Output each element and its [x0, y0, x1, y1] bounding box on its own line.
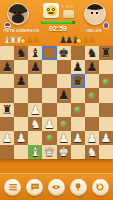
avatar-beard — [12, 14, 24, 23]
avatar-hair — [84, 3, 106, 10]
square-h2[interactable]: ♟ — [99, 131, 113, 145]
square-a2[interactable]: ♟ — [0, 131, 14, 145]
captured-pieces-tray-white: ♝♜♜♟♟ — [3, 34, 38, 46]
square-g5[interactable] — [85, 88, 99, 102]
square-f2[interactable]: ♟ — [71, 131, 85, 145]
square-h5[interactable] — [99, 88, 113, 102]
move-timer-bar — [41, 21, 75, 25]
avatar-eyes — [91, 12, 98, 14]
square-d6[interactable] — [42, 74, 56, 88]
emoji-carousel-dots-icon — [61, 5, 75, 9]
square-d7[interactable] — [42, 60, 56, 74]
square-g7[interactable]: ♟ — [85, 60, 99, 74]
undo-arrow-icon — [95, 182, 105, 192]
square-f7[interactable]: ♟ — [71, 60, 85, 74]
square-c8[interactable]: ♝ — [28, 46, 42, 60]
square-c2[interactable] — [28, 131, 42, 145]
square-h3[interactable] — [99, 117, 113, 131]
white-pawn-piece: ♟ — [42, 117, 56, 131]
legal-move-dot[interactable] — [47, 135, 52, 140]
black-rook-piece: ♜ — [99, 46, 113, 60]
square-h4[interactable] — [99, 103, 113, 117]
white-knight-piece: ♞ — [28, 117, 42, 131]
black-knight-piece: ♞ — [85, 46, 99, 60]
square-a4[interactable]: ♜ — [0, 103, 14, 117]
captured-pieces-tray-black: ♟♟♝♟♟ — [59, 34, 94, 46]
square-c5[interactable] — [28, 88, 42, 102]
square-h6[interactable] — [99, 74, 113, 88]
black-rook-piece: ♜ — [0, 103, 14, 117]
square-a7[interactable]: ♟ — [0, 60, 14, 74]
square-f8[interactable] — [71, 46, 85, 60]
emoji-button[interactable] — [43, 3, 59, 18]
square-a5[interactable] — [0, 88, 14, 102]
white-king-piece: ♚ — [57, 145, 71, 159]
legal-move-dot[interactable] — [89, 93, 94, 98]
square-g2[interactable]: ♟ — [85, 131, 99, 145]
square-d2[interactable] — [42, 131, 56, 145]
black-knight-piece: ♞ — [14, 46, 28, 60]
lightbulb-icon — [73, 182, 83, 192]
white-bishop-piece: ♝ — [28, 145, 42, 159]
black-queen-piece: ♛ — [71, 74, 85, 88]
square-a3[interactable] — [0, 117, 14, 131]
square-d4[interactable] — [42, 103, 56, 117]
square-e3[interactable] — [57, 117, 71, 131]
square-h1[interactable] — [99, 145, 113, 159]
square-c3[interactable]: ♞ — [28, 117, 42, 131]
menu-button[interactable] — [4, 179, 21, 196]
black-pawn-piece: ♟ — [71, 60, 85, 74]
player-left-avatar[interactable] — [7, 3, 29, 25]
square-c6[interactable] — [28, 74, 42, 88]
black-pawn-piece: ♟ — [14, 74, 28, 88]
white-pawn-piece: ♟ — [85, 131, 99, 145]
hamburger-list-icon — [8, 182, 18, 192]
square-g8[interactable]: ♞ — [85, 46, 99, 60]
square-g1[interactable]: ♞ — [85, 145, 99, 159]
player-right-avatar[interactable] — [84, 3, 106, 25]
square-d5[interactable] — [42, 88, 56, 102]
square-f5[interactable] — [71, 88, 85, 102]
square-c4[interactable]: ♟ — [28, 103, 42, 117]
black-pawn-piece: ♟ — [57, 88, 71, 102]
chess-board: ♞♝♚♞♜♟♟♟♟♟♛♟♜♟♞♟♟♟♟♟♟♟♝♛♚♞ — [0, 46, 113, 159]
black-pawn-piece: ♟ — [85, 60, 99, 74]
square-e4[interactable] — [57, 103, 71, 117]
move-timer-text: 02:59 — [37, 25, 79, 32]
square-d3[interactable]: ♟ — [42, 117, 56, 131]
square-f6[interactable]: ♛ — [71, 74, 85, 88]
square-e2[interactable]: ♟ — [57, 131, 71, 145]
white-pawn-piece: ♟ — [57, 131, 71, 145]
square-b1[interactable] — [14, 145, 28, 159]
square-b7[interactable] — [14, 60, 28, 74]
square-b3[interactable] — [14, 117, 28, 131]
white-pawn-piece: ♟ — [71, 131, 85, 145]
chat-button[interactable] — [26, 179, 43, 196]
captured-ghost-slot: ♟ — [88, 34, 96, 46]
square-a8[interactable] — [0, 46, 14, 60]
square-b2[interactable]: ♟ — [14, 131, 28, 145]
eye-icon — [51, 182, 61, 192]
white-knight-piece: ♞ — [85, 145, 99, 159]
square-a1[interactable] — [0, 145, 14, 159]
black-pawn-piece: ♟ — [28, 60, 42, 74]
square-g3[interactable] — [85, 117, 99, 131]
white-pawn-piece: ♟ — [0, 131, 14, 145]
legal-move-dot[interactable] — [103, 79, 108, 84]
player-right-name: HELEN — [78, 28, 110, 32]
black-king-piece: ♚ — [57, 46, 71, 60]
white-queen-piece: ♛ — [42, 145, 56, 159]
grimace-smiley-icon — [46, 5, 57, 16]
player-left-name: PETE EMERSON — [3, 28, 35, 32]
square-h8[interactable]: ♜ — [99, 46, 113, 60]
legal-move-dot[interactable] — [61, 121, 66, 126]
nudge-card-icon — [63, 10, 74, 18]
black-pawn-piece: ♟ — [0, 60, 14, 74]
white-pawn-piece: ♟ — [99, 131, 113, 145]
square-f4[interactable] — [71, 103, 85, 117]
square-e5[interactable]: ♟ — [57, 88, 71, 102]
top-player-bar: PETE EMERSON HELEN 02:59 ♝♜♜♟♟ ♟♟♝♟♟ — [0, 0, 113, 46]
square-g6[interactable] — [85, 74, 99, 88]
square-b6[interactable]: ♟ — [14, 74, 28, 88]
square-b4[interactable] — [14, 103, 28, 117]
square-e7[interactable] — [57, 60, 71, 74]
square-d1[interactable]: ♛ — [42, 145, 56, 159]
square-a6[interactable] — [0, 74, 14, 88]
square-e8[interactable]: ♚ — [57, 46, 71, 60]
captured-ghost-slot: ♟ — [32, 34, 40, 46]
hint-button[interactable] — [70, 179, 87, 196]
legal-move-dot[interactable] — [75, 107, 80, 112]
chat-bubble-icon — [30, 182, 40, 192]
square-c1[interactable]: ♝ — [28, 145, 42, 159]
square-h7[interactable] — [99, 60, 113, 74]
square-b5[interactable] — [14, 88, 28, 102]
square-f3[interactable] — [71, 117, 85, 131]
square-d8[interactable] — [42, 46, 56, 60]
square-e6[interactable] — [57, 74, 71, 88]
white-pawn-piece: ♟ — [28, 103, 42, 117]
bottom-toolbar — [0, 173, 113, 200]
square-g4[interactable] — [85, 103, 99, 117]
square-c7[interactable]: ♟ — [28, 60, 42, 74]
black-bishop-piece: ♝ — [28, 46, 42, 60]
chess-app-screen: PETE EMERSON HELEN 02:59 ♝♜♜♟♟ ♟♟♝♟♟ ♞♝♚… — [0, 0, 113, 200]
white-pawn-piece: ♟ — [14, 131, 28, 145]
watch-button[interactable] — [48, 179, 65, 196]
square-f1[interactable] — [71, 145, 85, 159]
square-b8[interactable]: ♞ — [14, 46, 28, 60]
undo-button[interactable] — [92, 179, 109, 196]
square-e1[interactable]: ♚ — [57, 145, 71, 159]
